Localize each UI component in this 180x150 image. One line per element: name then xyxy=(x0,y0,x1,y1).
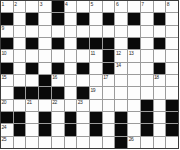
grid-cell[interactable] xyxy=(52,112,64,123)
grid-cell[interactable] xyxy=(77,26,89,37)
grid-cell[interactable] xyxy=(26,26,38,37)
grid-cell[interactable] xyxy=(14,50,26,61)
grid-cell[interactable]: 11 xyxy=(90,50,102,61)
black-cell xyxy=(52,87,64,98)
clue-number: 2 xyxy=(14,1,16,7)
grid-cell[interactable] xyxy=(65,75,77,86)
grid-cell[interactable] xyxy=(77,75,89,86)
clue-number: 22 xyxy=(52,100,57,106)
clue-number: 15 xyxy=(2,75,7,81)
grid-cell[interactable] xyxy=(77,50,89,61)
grid-cell[interactable] xyxy=(39,13,51,24)
grid-cell[interactable] xyxy=(115,38,127,49)
black-cell xyxy=(90,38,102,49)
black-cell xyxy=(1,38,13,49)
black-cell xyxy=(39,112,51,123)
grid-cell[interactable] xyxy=(128,26,140,37)
grid-cell[interactable] xyxy=(26,112,38,123)
grid-cell[interactable]: 21 xyxy=(26,100,38,111)
grid-cell[interactable] xyxy=(141,75,153,86)
grid-cell[interactable] xyxy=(166,75,178,86)
grid-cell[interactable] xyxy=(141,87,153,98)
grid-cell[interactable] xyxy=(141,50,153,61)
black-cell xyxy=(141,112,153,123)
grid-cell[interactable] xyxy=(154,100,166,111)
grid-cell[interactable]: 8 xyxy=(166,1,178,12)
grid-cell[interactable] xyxy=(128,100,140,111)
grid-cell[interactable] xyxy=(115,75,127,86)
black-cell xyxy=(26,13,38,24)
grid-cell[interactable] xyxy=(90,75,102,86)
clue-number: 23 xyxy=(78,100,83,106)
grid-cell[interactable] xyxy=(166,26,178,37)
grid-cell[interactable] xyxy=(14,63,26,74)
clue-number: 10 xyxy=(2,50,7,56)
grid-cell[interactable] xyxy=(39,100,51,111)
clue-number: 25 xyxy=(2,137,7,143)
grid-cell[interactable]: 17 xyxy=(103,75,115,86)
grid-cell[interactable] xyxy=(1,87,13,98)
grid-cell[interactable] xyxy=(154,1,166,12)
grid-cell[interactable] xyxy=(52,50,64,61)
black-cell xyxy=(39,75,51,86)
grid-cell[interactable] xyxy=(90,137,102,148)
grid-cell[interactable] xyxy=(166,13,178,24)
clue-number: 9 xyxy=(2,26,4,32)
grid-cell[interactable] xyxy=(141,137,153,148)
black-cell xyxy=(103,63,115,74)
grid-cell[interactable]: 2 xyxy=(14,1,26,12)
grid-cell[interactable] xyxy=(39,137,51,148)
black-cell xyxy=(166,100,178,111)
black-cell xyxy=(52,63,64,74)
grid-cell[interactable]: 12 xyxy=(115,50,127,61)
clue-number: 20 xyxy=(2,100,7,106)
clue-number: 7 xyxy=(141,1,143,7)
grid-cell[interactable] xyxy=(14,75,26,86)
grid-cell[interactable] xyxy=(103,112,115,123)
grid-cell[interactable]: 14 xyxy=(115,63,127,74)
black-cell xyxy=(39,87,51,98)
clue-number: 13 xyxy=(129,50,134,56)
black-cell xyxy=(103,13,115,24)
grid-cell[interactable] xyxy=(103,87,115,98)
grid-cell[interactable]: 4 xyxy=(65,1,77,12)
grid-cell[interactable] xyxy=(65,100,77,111)
black-cell xyxy=(1,63,13,74)
grid-cell[interactable]: 22 xyxy=(52,100,64,111)
grid-cell[interactable]: 23 xyxy=(77,100,89,111)
black-cell xyxy=(65,124,77,135)
grid-cell[interactable]: 7 xyxy=(141,1,153,12)
grid-cell[interactable] xyxy=(65,87,77,98)
grid-cell[interactable] xyxy=(26,137,38,148)
black-cell xyxy=(14,112,26,123)
black-cell xyxy=(77,87,89,98)
black-cell xyxy=(154,13,166,24)
grid-cell[interactable] xyxy=(128,112,140,123)
grid-cell[interactable] xyxy=(26,75,38,86)
grid-cell[interactable] xyxy=(90,13,102,24)
grid-cell[interactable]: 15 xyxy=(1,75,13,86)
grid-cell[interactable] xyxy=(128,1,140,12)
grid-cell[interactable] xyxy=(166,38,178,49)
grid-cell[interactable] xyxy=(115,87,127,98)
grid-cell[interactable] xyxy=(26,50,38,61)
grid-cell[interactable]: 20 xyxy=(1,100,13,111)
clue-number: 18 xyxy=(154,75,159,81)
grid-cell[interactable]: 13 xyxy=(128,50,140,61)
black-cell xyxy=(115,137,127,148)
clue-number: 19 xyxy=(91,87,96,93)
clue-number: 26 xyxy=(129,137,134,143)
grid-cell[interactable] xyxy=(115,26,127,37)
grid-cell[interactable] xyxy=(65,63,77,74)
black-cell xyxy=(115,112,127,123)
grid-cell[interactable] xyxy=(65,13,77,24)
black-cell xyxy=(26,87,38,98)
grid-cell[interactable] xyxy=(154,124,166,135)
grid-cell[interactable] xyxy=(26,1,38,12)
grid-cell[interactable]: 18 xyxy=(154,75,166,86)
black-cell xyxy=(39,124,51,135)
grid-cell[interactable] xyxy=(154,112,166,123)
black-cell xyxy=(77,38,89,49)
grid-cell[interactable] xyxy=(39,26,51,37)
black-cell xyxy=(141,124,153,135)
grid-cell[interactable] xyxy=(115,13,127,24)
clue-number: 5 xyxy=(91,1,93,7)
black-cell xyxy=(166,124,178,135)
grid-cell[interactable] xyxy=(77,112,89,123)
black-cell xyxy=(103,38,115,49)
grid-cell[interactable] xyxy=(141,38,153,49)
grid-cell[interactable] xyxy=(52,124,64,135)
black-cell xyxy=(166,112,178,123)
black-cell xyxy=(14,124,26,135)
grid-cell[interactable] xyxy=(65,50,77,61)
grid-cell[interactable] xyxy=(103,124,115,135)
black-cell xyxy=(26,63,38,74)
grid-cell[interactable] xyxy=(154,50,166,61)
grid-cell[interactable] xyxy=(115,100,127,111)
clue-number: 14 xyxy=(116,63,121,69)
clue-number: 6 xyxy=(116,1,118,7)
clue-number: 8 xyxy=(167,1,169,7)
grid-cell[interactable] xyxy=(154,26,166,37)
grid-cell[interactable] xyxy=(90,26,102,37)
clue-number: 17 xyxy=(103,75,108,81)
black-cell xyxy=(103,50,115,61)
grid-cell[interactable] xyxy=(14,100,26,111)
grid-cell[interactable] xyxy=(141,26,153,37)
clue-number: 24 xyxy=(2,124,7,130)
grid-cell[interactable] xyxy=(154,87,166,98)
grid-cell[interactable] xyxy=(141,13,153,24)
grid-cell[interactable] xyxy=(77,124,89,135)
black-cell xyxy=(154,38,166,49)
grid-cell[interactable] xyxy=(166,63,178,74)
grid-cell[interactable] xyxy=(39,50,51,61)
black-cell xyxy=(1,13,13,24)
black-cell xyxy=(154,63,166,74)
grid-cell[interactable] xyxy=(77,137,89,148)
grid-cell[interactable]: 16 xyxy=(52,75,64,86)
black-cell xyxy=(115,124,127,135)
clue-number: 1 xyxy=(2,1,4,7)
black-cell xyxy=(90,112,102,123)
grid-cell[interactable] xyxy=(14,26,26,37)
black-cell xyxy=(14,87,26,98)
grid-cell[interactable]: 6 xyxy=(115,1,127,12)
grid-cell[interactable] xyxy=(166,87,178,98)
grid-cell[interactable] xyxy=(128,75,140,86)
clue-number: 12 xyxy=(116,50,121,56)
grid-cell[interactable] xyxy=(90,63,102,74)
grid-cell[interactable] xyxy=(141,63,153,74)
grid-cell[interactable] xyxy=(128,63,140,74)
black-cell xyxy=(65,112,77,123)
grid-cell[interactable] xyxy=(103,100,115,111)
grid-cell[interactable]: 24 xyxy=(1,124,13,135)
black-cell xyxy=(77,13,89,24)
grid-cell[interactable] xyxy=(128,124,140,135)
grid-cell[interactable] xyxy=(14,137,26,148)
grid-cell[interactable] xyxy=(14,13,26,24)
clue-number: 11 xyxy=(91,50,95,56)
grid-cell[interactable]: 1 xyxy=(1,1,13,12)
crossword-grid: 1234567891011121314151617181920212223242… xyxy=(0,0,179,149)
grid-cell[interactable] xyxy=(128,87,140,98)
grid-cell[interactable] xyxy=(65,38,77,49)
black-cell xyxy=(26,38,38,49)
black-cell xyxy=(141,100,153,111)
grid-cell[interactable]: 10 xyxy=(1,50,13,61)
grid-cell[interactable]: 3 xyxy=(39,1,51,12)
grid-cell[interactable]: 9 xyxy=(1,26,13,37)
grid-cell[interactable] xyxy=(103,1,115,12)
grid-cell[interactable]: 19 xyxy=(90,87,102,98)
grid-cell[interactable]: 26 xyxy=(128,137,140,148)
grid-cell[interactable] xyxy=(65,137,77,148)
grid-cell[interactable] xyxy=(166,50,178,61)
grid-cell[interactable] xyxy=(39,38,51,49)
black-cell xyxy=(128,13,140,24)
black-cell xyxy=(90,124,102,135)
grid-cell[interactable] xyxy=(52,26,64,37)
black-cell xyxy=(128,38,140,49)
grid-cell[interactable] xyxy=(14,38,26,49)
grid-cell[interactable] xyxy=(39,63,51,74)
grid-cell[interactable] xyxy=(166,137,178,148)
grid-cell[interactable] xyxy=(26,124,38,135)
black-cell xyxy=(52,1,64,12)
grid-cell[interactable] xyxy=(65,26,77,37)
grid-cell[interactable] xyxy=(90,100,102,111)
black-cell xyxy=(52,38,64,49)
clue-number: 3 xyxy=(40,1,42,7)
grid-cell[interactable] xyxy=(103,137,115,148)
clue-number: 21 xyxy=(27,100,32,106)
clue-number: 16 xyxy=(52,75,57,81)
grid-cell[interactable] xyxy=(154,137,166,148)
black-cell xyxy=(52,13,64,24)
grid-cell[interactable]: 5 xyxy=(90,1,102,12)
grid-cell[interactable] xyxy=(77,1,89,12)
black-cell xyxy=(77,63,89,74)
black-cell xyxy=(1,112,13,123)
grid-cell[interactable]: 25 xyxy=(1,137,13,148)
clue-number: 4 xyxy=(65,1,67,7)
grid-cell[interactable] xyxy=(52,137,64,148)
grid-cell[interactable] xyxy=(103,26,115,37)
crossword-board: 1234567891011121314151617181920212223242… xyxy=(0,0,180,150)
